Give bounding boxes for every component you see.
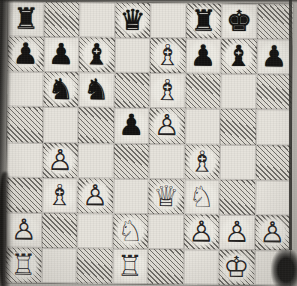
square-b3: ♗: [42, 178, 78, 213]
square-b7: ♟: [43, 37, 79, 72]
square-c3: ♙: [77, 178, 113, 213]
square-d2: ♘: [112, 213, 148, 248]
square-e5: ♙: [149, 108, 185, 143]
black-king-g8: ♚: [222, 5, 255, 38]
square-e6: ♗: [149, 73, 185, 108]
black-bishop-c7: ♝: [80, 38, 113, 71]
black-pawn-d5: ♟: [115, 109, 148, 142]
square-b4: ♙: [42, 142, 78, 177]
square-b2: [41, 213, 77, 248]
square-g2: ♙: [219, 214, 255, 249]
square-b5: [43, 107, 79, 142]
square-d7: [114, 38, 150, 73]
square-c2: [77, 213, 113, 248]
square-f6: [185, 74, 221, 109]
square-d6: [114, 73, 150, 108]
white-rook-d1: ♖: [113, 250, 146, 283]
square-e1: [148, 249, 184, 284]
square-c7: ♝: [79, 37, 115, 72]
black-pawn-f7: ♟: [186, 40, 219, 73]
white-queen-e3: ♕: [150, 180, 183, 213]
square-f1: [183, 249, 219, 284]
square-e4: [149, 144, 185, 179]
scanned-chess-diagram: ♜♛♜♚♟♟♝♗♟♝♟♞♞♗♟♙♙♗♗♙♕♘♙♘♙♙♙♖♖♔: [0, 0, 297, 286]
black-rook-a8: ♜: [9, 3, 42, 36]
black-pawn-h7: ♟: [257, 40, 290, 73]
square-f4: ♗: [184, 144, 220, 179]
square-g1: ♔: [219, 250, 255, 285]
square-e2: [148, 214, 184, 249]
white-bishop-e7: ♗: [151, 39, 184, 72]
square-c8: [79, 2, 115, 37]
square-g4: [220, 144, 256, 179]
white-knight-d2: ♘: [114, 214, 147, 247]
square-h4: [255, 145, 291, 180]
square-g3: [219, 179, 255, 214]
square-f3: ♘: [184, 179, 220, 214]
square-b8: [44, 2, 80, 37]
white-pawn-b4: ♙: [43, 143, 76, 176]
white-bishop-f4: ♗: [185, 145, 218, 178]
white-pawn-f2: ♙: [185, 215, 218, 248]
square-h3: [255, 180, 291, 215]
square-b1: [41, 248, 77, 283]
square-d3: [113, 178, 149, 213]
square-d1: ♖: [112, 248, 148, 283]
square-h8: [257, 4, 293, 39]
white-knight-f3: ♘: [185, 180, 218, 213]
square-h2: ♙: [254, 215, 290, 250]
square-d5: ♟: [114, 108, 150, 143]
black-pawn-b7: ♟: [45, 38, 78, 71]
square-f7: ♟: [185, 39, 221, 74]
square-c1: [77, 248, 113, 283]
square-f8: ♜: [186, 3, 222, 38]
black-bishop-g7: ♝: [222, 40, 255, 73]
white-pawn-e5: ♙: [150, 109, 183, 142]
square-a6: [7, 72, 43, 107]
square-a5: [7, 107, 43, 142]
white-king-g1: ♔: [220, 251, 253, 284]
chess-board: ♜♛♜♚♟♟♝♗♟♝♟♞♞♗♟♙♙♗♗♙♕♘♙♘♙♙♙♖♖♔: [5, 1, 294, 286]
square-e3: ♕: [148, 179, 184, 214]
square-a4: [7, 142, 43, 177]
book-gutter-shadow-bottom: [0, 172, 12, 286]
white-bishop-b3: ♗: [43, 179, 76, 212]
square-h7: ♟: [256, 39, 292, 74]
square-b6: ♞: [43, 72, 79, 107]
square-a7: ♟: [8, 37, 44, 72]
white-pawn-a2: ♙: [7, 213, 40, 246]
square-d4: [113, 143, 149, 178]
square-g5: [220, 109, 256, 144]
white-pawn-c3: ♙: [79, 179, 112, 212]
square-g8: ♚: [221, 4, 257, 39]
square-c5: [78, 108, 114, 143]
square-h6: [256, 74, 292, 109]
square-f2: ♙: [183, 214, 219, 249]
square-e8: [150, 3, 186, 38]
black-pawn-a7: ♟: [9, 38, 42, 71]
square-g6: [220, 74, 256, 109]
white-pawn-h2: ♙: [256, 216, 289, 249]
scan-right-edge-line: [289, 0, 292, 250]
square-e7: ♗: [150, 38, 186, 73]
square-h5: [255, 109, 291, 144]
square-c6: ♞: [78, 73, 114, 108]
square-c4: [78, 143, 114, 178]
black-knight-b6: ♞: [44, 73, 77, 106]
square-f5: [184, 109, 220, 144]
black-queen-d8: ♛: [116, 4, 149, 37]
white-pawn-g2: ♙: [220, 216, 253, 249]
black-knight-c6: ♞: [80, 74, 113, 107]
scan-top-edge: [0, 0, 297, 3]
scan-corner-smudge: [271, 248, 297, 286]
white-bishop-e6: ♗: [151, 74, 184, 107]
square-g7: ♝: [221, 39, 257, 74]
black-rook-f8: ♜: [187, 4, 220, 37]
square-d8: ♛: [115, 3, 151, 38]
